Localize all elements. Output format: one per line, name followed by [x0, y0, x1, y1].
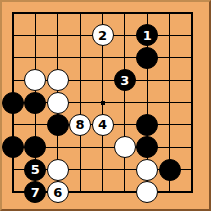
stone-black-move-3-c6r4[interactable]: 3 [114, 69, 136, 91]
stone-black-c3r6[interactable] [47, 114, 69, 136]
stone-black-move-1-c7r2[interactable]: 1 [136, 24, 158, 46]
grid-line-vertical-9 [191, 12, 193, 193]
move-number: 8 [76, 118, 85, 131]
stone-white-move-6-c3r9[interactable]: 6 [47, 181, 69, 203]
stone-black-c2r7[interactable] [24, 136, 46, 158]
stone-black-c7r6[interactable] [136, 114, 158, 136]
move-number: 3 [120, 74, 129, 87]
move-number: 6 [53, 186, 62, 199]
stone-white-c7r9[interactable] [136, 181, 158, 203]
stone-white-c2r4[interactable] [24, 69, 46, 91]
move-number: 5 [31, 163, 40, 176]
stone-white-c3r8[interactable] [47, 159, 69, 181]
stone-black-move-5-c2r8[interactable]: 5 [24, 159, 46, 181]
move-number: 7 [31, 186, 40, 199]
stone-white-c3r4[interactable] [47, 69, 69, 91]
stone-black-c8r8[interactable] [159, 159, 181, 181]
stone-white-c6r7[interactable] [114, 136, 136, 158]
stone-white-move-8-c4r6[interactable]: 8 [69, 114, 91, 136]
goban[interactable]: 21384576 [0, 0, 211, 211]
stone-black-c7r7[interactable] [136, 136, 158, 158]
stone-white-move-2-c5r2[interactable]: 2 [92, 24, 114, 46]
move-number: 2 [98, 29, 107, 42]
stone-white-c7r8[interactable] [136, 159, 158, 181]
move-number: 1 [143, 29, 152, 42]
star-point [101, 101, 105, 105]
stone-black-move-7-c2r9[interactable]: 7 [24, 181, 46, 203]
stone-black-c1r5[interactable] [2, 92, 24, 114]
move-number: 4 [98, 118, 107, 131]
stone-black-c2r5[interactable] [24, 92, 46, 114]
stone-black-c7r3[interactable] [136, 47, 158, 69]
grid-line-vertical-6 [124, 12, 125, 193]
stone-white-move-4-c5r6[interactable]: 4 [92, 114, 114, 136]
stone-black-c1r7[interactable] [2, 136, 24, 158]
stone-white-c3r5[interactable] [47, 92, 69, 114]
